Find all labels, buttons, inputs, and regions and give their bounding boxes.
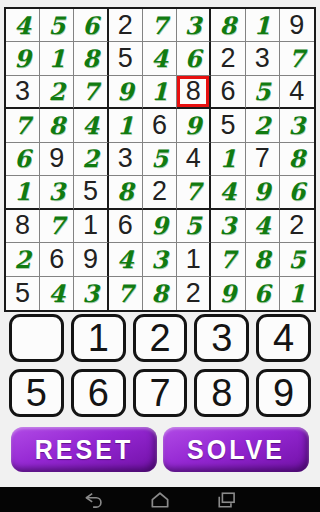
cell-r8c5[interactable]: 3 [143,243,177,276]
cell-r1c9[interactable]: 9 [280,9,314,42]
cell-r6c6[interactable]: 7 [177,176,211,209]
cell-r1c6[interactable]: 3 [177,9,211,42]
cell-r9c6[interactable]: 2 [177,277,211,310]
cell-r6c2[interactable]: 3 [40,176,74,209]
cell-r6c8[interactable]: 9 [246,176,280,209]
cell-r7c9[interactable]: 2 [280,210,314,243]
cell-r9c1[interactable]: 5 [6,277,40,310]
back-icon[interactable] [83,491,105,509]
cell-r9c9[interactable]: 1 [280,277,314,310]
cell-r7c7[interactable]: 3 [211,210,245,243]
cell-r1c8[interactable]: 1 [246,9,280,42]
cell-r8c4[interactable]: 4 [109,243,143,276]
cell-r7c4[interactable]: 6 [109,210,143,243]
cell-r7c3[interactable]: 1 [74,210,108,243]
cell-r5c1[interactable]: 6 [6,143,40,176]
cell-r5c9[interactable]: 8 [280,143,314,176]
cell-r1c7[interactable]: 8 [211,9,245,42]
cell-r6c4[interactable]: 8 [109,176,143,209]
cell-r4c5[interactable]: 6 [143,109,177,142]
solve-button-label: SOLVE [187,433,285,465]
cell-r9c3[interactable]: 3 [74,277,108,310]
cell-r6c5[interactable]: 2 [143,176,177,209]
cell-r5c8[interactable]: 7 [246,143,280,176]
cell-r6c3[interactable]: 5 [74,176,108,209]
cell-r2c7[interactable]: 2 [211,42,245,75]
cell-r1c1[interactable]: 4 [6,9,40,42]
pad-button-8[interactable]: 8 [194,369,249,417]
cell-r5c2[interactable]: 9 [40,143,74,176]
cell-r3c9[interactable]: 4 [280,76,314,109]
cell-r4c2[interactable]: 8 [40,109,74,142]
cell-r2c9[interactable]: 7 [280,42,314,75]
cell-r2c8[interactable]: 3 [246,42,280,75]
cell-r7c1[interactable]: 8 [6,210,40,243]
pad-button-7[interactable]: 7 [133,369,188,417]
cell-r1c5[interactable]: 7 [143,9,177,42]
pad-button-erase[interactable] [9,314,64,362]
cell-r8c6[interactable]: 1 [177,243,211,276]
cell-r3c1[interactable]: 3 [6,76,40,109]
cell-r5c6[interactable]: 4 [177,143,211,176]
cell-r5c7[interactable]: 1 [211,143,245,176]
cell-r4c7[interactable]: 5 [211,109,245,142]
cell-r6c7[interactable]: 4 [211,176,245,209]
cell-r5c5[interactable]: 5 [143,143,177,176]
cell-r2c3[interactable]: 8 [74,42,108,75]
cell-r2c6[interactable]: 6 [177,42,211,75]
pad-button-1[interactable]: 1 [71,314,126,362]
reset-button[interactable]: RESET [11,427,157,472]
cell-r7c8[interactable]: 4 [246,210,280,243]
cell-r8c8[interactable]: 8 [246,243,280,276]
cell-r9c2[interactable]: 4 [40,277,74,310]
pad-button-4[interactable]: 4 [256,314,311,362]
cell-r3c5[interactable]: 1 [143,76,177,109]
cell-r3c8[interactable]: 5 [246,76,280,109]
cell-r4c9[interactable]: 3 [280,109,314,142]
sudoku-grid: 4562738199185462373279186547841695236923… [4,7,316,312]
cell-r2c4[interactable]: 5 [109,42,143,75]
cell-r3c4[interactable]: 9 [109,76,143,109]
cell-r5c4[interactable]: 3 [109,143,143,176]
cell-r9c4[interactable]: 7 [109,277,143,310]
cell-r3c3[interactable]: 7 [74,76,108,109]
cell-r2c5[interactable]: 4 [143,42,177,75]
pad-button-6[interactable]: 6 [71,369,126,417]
cell-r6c9[interactable]: 6 [280,176,314,209]
reset-button-label: RESET [35,433,133,465]
sudoku-app-screen: { "game": "sudoku", "position": { "solut… [0,0,320,512]
recents-icon[interactable] [215,491,237,509]
android-nav-bar [0,487,320,512]
cell-r4c4[interactable]: 1 [109,109,143,142]
cell-r1c3[interactable]: 6 [74,9,108,42]
number-pad-row-2: 5 6 7 8 9 [9,369,311,417]
home-icon[interactable] [149,491,171,509]
pad-button-2[interactable]: 2 [133,314,188,362]
cell-r4c1[interactable]: 7 [6,109,40,142]
cell-r9c7[interactable]: 9 [211,277,245,310]
cell-r8c3[interactable]: 9 [74,243,108,276]
cell-r6c1[interactable]: 1 [6,176,40,209]
cell-r3c7[interactable]: 6 [211,76,245,109]
cell-r3c2[interactable]: 2 [40,76,74,109]
cell-r8c9[interactable]: 5 [280,243,314,276]
pad-button-3[interactable]: 3 [194,314,249,362]
cell-r5c3[interactable]: 2 [74,143,108,176]
cell-r9c8[interactable]: 6 [246,277,280,310]
cell-r4c3[interactable]: 4 [74,109,108,142]
cell-r1c2[interactable]: 5 [40,9,74,42]
cell-r4c6[interactable]: 9 [177,109,211,142]
number-pad: 1 2 3 4 5 6 7 8 9 [0,314,320,417]
cell-r3c6[interactable]: 8 [177,76,211,109]
solve-button[interactable]: SOLVE [163,427,309,472]
action-buttons: RESET SOLVE [0,427,320,472]
cell-r7c2[interactable]: 7 [40,210,74,243]
cell-r8c7[interactable]: 7 [211,243,245,276]
cell-r7c5[interactable]: 9 [143,210,177,243]
cell-r2c2[interactable]: 1 [40,42,74,75]
cell-r8c1[interactable]: 2 [6,243,40,276]
cell-r7c6[interactable]: 5 [177,210,211,243]
pad-button-9[interactable]: 9 [256,369,311,417]
cell-r1c4[interactable]: 2 [109,9,143,42]
number-pad-row-1: 1 2 3 4 [9,314,311,362]
cell-r9c5[interactable]: 8 [143,277,177,310]
cell-r8c2[interactable]: 6 [40,243,74,276]
cell-r4c8[interactable]: 2 [246,109,280,142]
cell-r2c1[interactable]: 9 [6,42,40,75]
pad-button-5[interactable]: 5 [9,369,64,417]
